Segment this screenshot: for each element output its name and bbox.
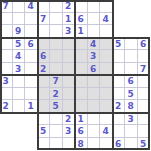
given-digit: 2 [53,89,59,98]
given-digit: 4 [15,52,21,61]
given-digit: 6 [140,39,146,48]
cell-r7c6[interactable] [75,88,88,101]
given-digit: 3 [65,127,71,136]
cell-r1c3[interactable]: 7 [38,13,51,26]
cell-r4c9[interactable] [113,50,126,63]
cell-r10c7[interactable] [88,125,101,138]
cell-r1c1[interactable] [13,13,26,26]
given-digit: 7 [140,64,146,73]
cell-r4c10[interactable] [125,50,138,63]
cell-r9c7[interactable] [88,113,101,126]
sudoku-board: 7427164931564564633267376252152821353648… [0,0,150,150]
given-digit: 6 [78,14,84,23]
box-border-horizontal [0,37,150,39]
cell-r4c6[interactable] [75,50,88,63]
given-digit: 1 [65,14,71,23]
given-digit: 7 [3,2,9,11]
cell-r4c1[interactable]: 4 [13,50,26,63]
cell-r1c4[interactable] [50,13,63,26]
given-digit: 6 [28,39,34,48]
given-digit: 5 [140,139,146,148]
cell-r6c9[interactable] [113,75,126,88]
given-digit: 7 [40,14,46,23]
cell-r3c9[interactable]: 5 [113,38,126,51]
box-border-horizontal [0,74,150,76]
cell-r3c3[interactable] [38,38,51,51]
given-digit: 6 [78,127,84,136]
box-border-horizontal [0,0,114,2]
cell-r6c3[interactable] [38,75,51,88]
cell-r9c3[interactable] [38,113,51,126]
given-digit: 2 [65,2,71,11]
cell-r6c10[interactable]: 6 [125,75,138,88]
cell-r4c4[interactable] [50,50,63,63]
cell-r3c4[interactable] [50,38,63,51]
cell-r10c9[interactable] [113,125,126,138]
given-digit: 6 [40,52,46,61]
cell-r3c7[interactable]: 4 [88,38,101,51]
cell-r10c4[interactable] [50,125,63,138]
box-border-horizontal [0,112,150,114]
cell-r1c6[interactable]: 6 [75,13,88,26]
cell-r6c7[interactable] [88,75,101,88]
cell-r7c10[interactable]: 5 [125,88,138,101]
cell-r6c6[interactable] [75,75,88,88]
given-digit: 5 [115,39,121,48]
cell-r7c3[interactable] [38,88,51,101]
cell-r3c10[interactable] [125,38,138,51]
given-digit: 1 [78,27,84,36]
box-border-vertical [148,37,150,151]
cell-r7c9[interactable] [113,88,126,101]
cell-r4c7[interactable]: 3 [88,50,101,63]
given-digit: 1 [28,102,34,111]
given-digit: 3 [15,64,21,73]
cell-r10c10[interactable] [125,125,138,138]
cell-r6c4[interactable]: 7 [50,75,63,88]
cell-r4c3[interactable]: 6 [38,50,51,63]
cell-r3c1[interactable]: 5 [13,38,26,51]
given-digit: 4 [103,14,109,23]
given-digit: 3 [128,114,134,123]
given-digit: 3 [65,27,71,36]
given-digit: 5 [15,39,21,48]
given-digit: 4 [103,127,109,136]
cell-r9c10[interactable]: 3 [125,113,138,126]
cell-r9c4[interactable] [50,113,63,126]
given-digit: 9 [15,27,21,36]
cell-r7c1[interactable] [13,88,26,101]
cell-r1c7[interactable] [88,13,101,26]
given-digit: 4 [90,39,96,48]
given-digit: 3 [3,77,9,86]
given-digit: 8 [128,102,134,111]
given-digit: 2 [115,102,121,111]
cell-r3c6[interactable] [75,38,88,51]
cell-r7c7[interactable] [88,88,101,101]
given-digit: 2 [3,102,9,111]
given-digit: 8 [78,139,84,148]
given-digit: 2 [40,64,46,73]
box-border-vertical [0,0,2,114]
cell-r10c3[interactable]: 5 [38,125,51,138]
given-digit: 4 [28,2,34,11]
given-digit: 5 [40,127,46,136]
given-digit: 6 [115,139,121,148]
given-digit: 5 [53,102,59,111]
given-digit: 6 [90,64,96,73]
cell-r6c1[interactable] [13,75,26,88]
cell-r10c6[interactable]: 6 [75,125,88,138]
cell-r7c4[interactable]: 2 [50,88,63,101]
given-digit: 7 [53,77,59,86]
given-digit: 5 [128,89,134,98]
box-border-horizontal [37,148,151,150]
given-digit: 3 [90,52,96,61]
cell-r9c6[interactable]: 1 [75,113,88,126]
given-digit: 6 [128,77,134,86]
given-digit: 1 [78,114,84,123]
given-digit: 2 [65,114,71,123]
cell-r9c9[interactable] [113,113,126,126]
